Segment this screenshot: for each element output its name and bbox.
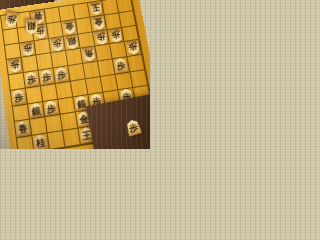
- piece-lance-sente[interactable]: 香: [15, 120, 30, 137]
- piece-kanji: 角: [81, 47, 96, 63]
- piece-kanji: 歩: [44, 100, 59, 117]
- piece-kanji: 金: [62, 20, 77, 35]
- piece-kanji: 歩: [20, 41, 35, 57]
- piece-knight-sente[interactable]: 桂: [33, 134, 48, 149]
- piece-pawn-gote[interactable]: 歩: [50, 37, 65, 53]
- piece-silver-gote[interactable]: 銀: [64, 34, 79, 50]
- piece-kanji: 歩: [39, 69, 54, 85]
- piece-king-gote[interactable]: 玉: [88, 1, 103, 16]
- piece-pawn-sente[interactable]: 歩: [44, 100, 59, 117]
- piece-gold-gote[interactable]: 金: [62, 20, 77, 35]
- piece-kanji: 歩: [93, 30, 108, 45]
- piece-kanji: 歩: [54, 67, 69, 83]
- piece-pawn-gote[interactable]: 歩: [125, 40, 140, 56]
- piece-bishop-gote[interactable]: 角: [81, 47, 96, 63]
- piece-kanji: 桂: [33, 134, 48, 149]
- piece-kanji: 歩: [7, 58, 22, 74]
- piece-kanji: 銀: [64, 34, 79, 50]
- piece-kanji: 香: [15, 120, 30, 137]
- piece-pawn-gote[interactable]: 歩: [108, 28, 123, 43]
- piece-kanji: 玉: [88, 1, 103, 16]
- piece-kanji: 歩: [50, 37, 65, 53]
- piece-pawn-gote[interactable]: 歩: [20, 41, 35, 57]
- piece-silver-sente[interactable]: 銀: [29, 102, 44, 119]
- piece-kanji: 金: [91, 15, 106, 30]
- piece-kanji: 歩: [113, 57, 128, 73]
- piece-pawn-gote[interactable]: 歩: [93, 30, 108, 45]
- piece-pawn-sente[interactable]: 歩: [54, 67, 69, 83]
- shogi-photo-scene: 香玉歩金金歩歩銀歩歩歩角歩歩歩歩歩歩銀歩銀歩歩香金飛桂王金 歩銀歩: [0, 0, 150, 149]
- piece-kanji: 銀: [29, 102, 44, 119]
- captured-silver-gote[interactable]: 銀: [25, 19, 39, 34]
- piece-pawn-gote[interactable]: 歩: [7, 58, 22, 74]
- piece-kanji: 歩: [125, 40, 140, 56]
- piece-kanji: 歩: [108, 28, 123, 43]
- piece-kanji: 歩: [11, 89, 26, 105]
- piece-pawn-sente[interactable]: 歩: [24, 71, 39, 87]
- piece-kanji: 銀: [25, 19, 39, 34]
- piece-pawn-sente[interactable]: 歩: [11, 89, 26, 105]
- piece-gold-gote[interactable]: 金: [91, 15, 106, 30]
- piece-pawn-sente[interactable]: 歩: [113, 57, 128, 73]
- piece-kanji: 歩: [24, 71, 39, 87]
- piece-pawn-sente[interactable]: 歩: [39, 69, 54, 85]
